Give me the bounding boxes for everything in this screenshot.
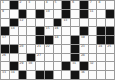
clue-number: 4	[46, 1, 48, 4]
white-cell[interactable]	[27, 71, 35, 79]
clue-number: 33	[2, 71, 6, 74]
white-cell[interactable]	[1, 62, 9, 70]
white-cell[interactable]: 36	[80, 71, 88, 79]
white-cell[interactable]	[36, 62, 44, 70]
clue-number: 15	[46, 27, 50, 30]
white-cell[interactable]: 13	[62, 19, 70, 27]
white-cell[interactable]	[106, 54, 114, 62]
white-cell[interactable]: 5	[54, 1, 62, 9]
clue-number: 1	[2, 1, 4, 4]
black-cell	[45, 71, 53, 79]
clue-number: 24	[98, 45, 102, 48]
white-cell[interactable]	[89, 36, 97, 44]
black-cell	[19, 71, 27, 79]
black-cell	[62, 1, 70, 9]
clue-number: 5	[55, 1, 57, 4]
black-cell	[36, 71, 44, 79]
black-cell	[54, 19, 62, 27]
white-cell[interactable]	[27, 36, 35, 44]
white-cell[interactable]	[45, 19, 53, 27]
white-cell[interactable]: 22	[45, 45, 53, 53]
clue-number: 34	[11, 71, 15, 74]
white-cell[interactable]: 11	[89, 10, 97, 18]
white-cell[interactable]: 12	[19, 19, 27, 27]
white-cell[interactable]	[106, 62, 114, 70]
clue-number: 13	[63, 19, 67, 22]
clue-number: 31	[72, 62, 76, 65]
white-cell[interactable]: 10	[45, 10, 53, 18]
white-cell[interactable]: 31	[71, 62, 79, 70]
white-cell[interactable]	[45, 62, 53, 70]
white-cell[interactable]	[62, 45, 70, 53]
white-cell[interactable]	[97, 10, 105, 18]
white-cell[interactable]	[36, 1, 44, 9]
white-cell[interactable]	[27, 45, 35, 53]
white-cell[interactable]	[10, 36, 18, 44]
white-cell[interactable]	[89, 45, 97, 53]
white-cell[interactable]: 18	[54, 36, 62, 44]
black-cell	[19, 10, 27, 18]
white-cell[interactable]: 7	[89, 1, 97, 9]
white-cell[interactable]: 32	[89, 62, 97, 70]
white-cell[interactable]	[19, 36, 27, 44]
clue-number: 16	[55, 27, 59, 30]
white-cell[interactable]	[106, 71, 114, 79]
white-cell[interactable]	[97, 54, 105, 62]
clue-number: 20	[20, 45, 24, 48]
white-cell[interactable]	[62, 54, 70, 62]
black-cell	[80, 27, 88, 35]
black-cell	[106, 27, 114, 35]
clue-number: 3	[28, 1, 30, 4]
clue-number: 9	[2, 10, 4, 13]
clue-number: 21	[37, 45, 41, 48]
white-cell[interactable]: 25	[106, 45, 114, 53]
black-cell	[71, 45, 79, 53]
clue-number: 17	[2, 36, 6, 39]
black-cell	[10, 45, 18, 53]
clue-number: 28	[81, 54, 85, 57]
white-cell[interactable]	[71, 27, 79, 35]
white-cell[interactable]	[27, 10, 35, 18]
white-cell[interactable]	[71, 19, 79, 27]
black-cell	[71, 54, 79, 62]
black-cell	[80, 1, 88, 9]
black-cell	[80, 10, 88, 18]
black-cell	[1, 45, 9, 53]
black-cell	[1, 27, 9, 35]
white-cell[interactable]: 3	[27, 1, 35, 9]
black-cell	[36, 10, 44, 18]
clue-number: 10	[46, 10, 50, 13]
white-cell[interactable]: 2	[19, 1, 27, 9]
black-cell	[97, 27, 105, 35]
clue-number: 26	[2, 54, 6, 57]
clue-number: 14	[11, 27, 15, 30]
clue-number: 2	[20, 1, 22, 4]
white-cell[interactable]: 16	[54, 27, 62, 35]
clue-number: 25	[107, 45, 111, 48]
black-cell	[97, 36, 105, 44]
white-cell[interactable]: 4	[45, 1, 53, 9]
white-cell[interactable]	[97, 62, 105, 70]
black-cell	[80, 62, 88, 70]
clue-number: 23	[81, 45, 85, 48]
clue-number: 36	[81, 71, 85, 74]
black-cell	[45, 36, 53, 44]
white-cell[interactable]: 34	[10, 71, 18, 79]
clue-number: 19	[81, 36, 85, 39]
white-cell[interactable]: 33	[1, 71, 9, 79]
clue-number: 6	[72, 1, 74, 4]
clue-number: 12	[20, 19, 24, 22]
white-cell[interactable]: 27	[36, 54, 44, 62]
clue-number: 11	[90, 10, 94, 13]
white-cell[interactable]: 14	[10, 27, 18, 35]
black-cell	[36, 36, 44, 44]
white-cell[interactable]	[10, 10, 18, 18]
white-cell[interactable]	[19, 54, 27, 62]
white-cell[interactable]	[80, 19, 88, 27]
white-cell[interactable]	[54, 54, 62, 62]
white-cell[interactable]	[106, 19, 114, 27]
black-cell	[10, 19, 18, 27]
white-cell[interactable]: 19	[80, 36, 88, 44]
clue-number: 30	[28, 62, 32, 65]
white-cell[interactable]: 17	[1, 36, 9, 44]
white-cell[interactable]	[54, 71, 62, 79]
white-cell[interactable]: 15	[45, 27, 53, 35]
clue-number: 22	[46, 45, 50, 48]
white-cell[interactable]	[54, 45, 62, 53]
clue-number: 29	[20, 62, 24, 65]
white-cell[interactable]: 28	[80, 54, 88, 62]
white-cell[interactable]: 6	[71, 1, 79, 9]
black-cell	[106, 36, 114, 44]
white-cell[interactable]	[106, 1, 114, 9]
white-cell[interactable]	[54, 10, 62, 18]
clue-number: 18	[55, 36, 59, 39]
clue-number: 7	[90, 1, 92, 4]
white-cell[interactable]	[89, 71, 97, 79]
crossword-grid: 1234567891011121314151617181920212223242…	[0, 0, 115, 80]
white-cell[interactable]	[27, 19, 35, 27]
black-cell	[27, 54, 35, 62]
white-cell[interactable]: 1	[1, 1, 9, 9]
white-cell[interactable]	[89, 19, 97, 27]
white-cell[interactable]	[62, 71, 70, 79]
black-cell	[36, 27, 44, 35]
black-cell	[10, 1, 18, 9]
white-cell[interactable]	[27, 27, 35, 35]
white-cell[interactable]: 21	[36, 45, 44, 53]
black-cell	[71, 71, 79, 79]
white-cell[interactable]	[54, 62, 62, 70]
white-cell[interactable]	[62, 27, 70, 35]
white-cell[interactable]	[19, 27, 27, 35]
white-cell[interactable]: 24	[97, 45, 105, 53]
clue-number: 8	[98, 1, 100, 4]
white-cell[interactable]: 26	[1, 54, 9, 62]
clue-number: 27	[37, 54, 41, 57]
white-cell[interactable]	[10, 54, 18, 62]
white-cell[interactable]	[89, 27, 97, 35]
white-cell[interactable]	[36, 19, 44, 27]
clue-number: 32	[90, 62, 94, 65]
white-cell[interactable]: 29	[19, 62, 27, 70]
white-cell[interactable]	[45, 54, 53, 62]
white-cell[interactable]: 9	[1, 10, 9, 18]
black-cell	[62, 62, 70, 70]
black-cell	[10, 62, 18, 70]
white-cell[interactable]: 23	[80, 45, 88, 53]
white-cell[interactable]	[62, 36, 70, 44]
white-cell[interactable]: 30	[27, 62, 35, 70]
black-cell	[71, 36, 79, 44]
white-cell[interactable]: 8	[97, 1, 105, 9]
white-cell[interactable]: 20	[19, 45, 27, 53]
black-cell	[106, 10, 114, 18]
white-cell[interactable]	[1, 19, 9, 27]
white-cell[interactable]	[71, 10, 79, 18]
white-cell[interactable]	[97, 19, 105, 27]
white-cell[interactable]	[89, 54, 97, 62]
black-cell	[62, 10, 70, 18]
white-cell[interactable]	[97, 71, 105, 79]
